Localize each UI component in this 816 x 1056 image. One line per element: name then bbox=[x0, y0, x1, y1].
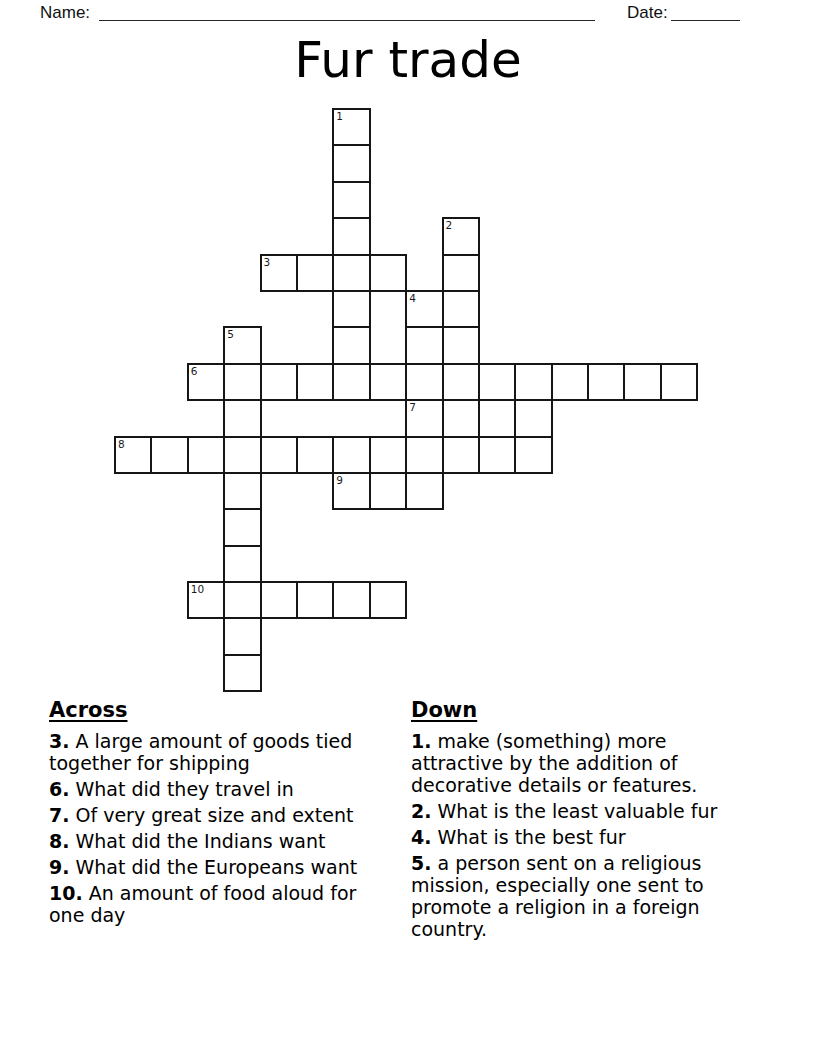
cell-r7c9[interactable] bbox=[442, 363, 480, 401]
across-clue-list: 3. A large amount of goods tied together… bbox=[49, 730, 382, 926]
cell-r9c6[interactable] bbox=[332, 436, 370, 474]
cell-r9c4[interactable] bbox=[260, 436, 298, 474]
cell-r4c7[interactable] bbox=[369, 254, 407, 292]
cell-r9c2[interactable] bbox=[187, 436, 225, 474]
cell-r7c15[interactable] bbox=[660, 363, 698, 401]
cell-r7c7[interactable] bbox=[369, 363, 407, 401]
cell-r5c8[interactable]: 4 bbox=[405, 290, 443, 328]
clue-number: 1 bbox=[336, 110, 343, 123]
name-line bbox=[99, 5, 595, 21]
cell-r2c6[interactable] bbox=[332, 181, 370, 219]
cell-r14c3[interactable] bbox=[223, 617, 261, 655]
cell-r7c6[interactable] bbox=[332, 363, 370, 401]
cell-r9c0[interactable]: 8 bbox=[114, 436, 152, 474]
cell-r13c6[interactable] bbox=[332, 581, 370, 619]
clue-down-1: 1. make (something) more attractive by t… bbox=[411, 730, 752, 796]
cell-r5c6[interactable] bbox=[332, 290, 370, 328]
clue-number: 8 bbox=[118, 438, 125, 451]
cell-r7c13[interactable] bbox=[587, 363, 625, 401]
cell-r10c8[interactable] bbox=[405, 472, 443, 510]
cell-r9c7[interactable] bbox=[369, 436, 407, 474]
cell-r10c6[interactable]: 9 bbox=[332, 472, 370, 510]
cell-r9c9[interactable] bbox=[442, 436, 480, 474]
date-line bbox=[671, 5, 740, 21]
cell-r7c3[interactable] bbox=[223, 363, 261, 401]
clue-across-7: 7. Of very great size and extent bbox=[49, 804, 382, 826]
cell-r6c8[interactable] bbox=[405, 326, 443, 364]
cell-r6c3[interactable]: 5 bbox=[223, 326, 261, 364]
cell-r3c9[interactable]: 2 bbox=[442, 217, 480, 255]
name-label: Name: bbox=[40, 3, 90, 23]
cell-r4c9[interactable] bbox=[442, 254, 480, 292]
cell-r7c10[interactable] bbox=[478, 363, 516, 401]
clue-across-9: 9. What did the Europeans want bbox=[49, 856, 382, 878]
cell-r8c11[interactable] bbox=[514, 399, 552, 437]
cell-r10c3[interactable] bbox=[223, 472, 261, 510]
clue-number: 4 bbox=[409, 292, 416, 305]
cell-r7c12[interactable] bbox=[551, 363, 589, 401]
down-clue-list: 1. make (something) more attractive by t… bbox=[411, 730, 752, 940]
clue-number: 10 bbox=[191, 583, 204, 596]
cell-r7c14[interactable] bbox=[623, 363, 661, 401]
cell-r4c4[interactable]: 3 bbox=[260, 254, 298, 292]
cell-r5c9[interactable] bbox=[442, 290, 480, 328]
cell-r8c3[interactable] bbox=[223, 399, 261, 437]
clue-across-10: 10. An amount of food aloud for one day bbox=[49, 882, 382, 926]
cell-r9c5[interactable] bbox=[296, 436, 334, 474]
cell-r9c1[interactable] bbox=[150, 436, 188, 474]
cell-r9c11[interactable] bbox=[514, 436, 552, 474]
cell-r7c2[interactable]: 6 bbox=[187, 363, 225, 401]
cell-r7c4[interactable] bbox=[260, 363, 298, 401]
cell-r10c7[interactable] bbox=[369, 472, 407, 510]
cell-r13c5[interactable] bbox=[296, 581, 334, 619]
clue-number: 7 bbox=[409, 401, 416, 414]
page-title: Fur trade bbox=[0, 33, 816, 88]
clue-across-8: 8. What did the Indians want bbox=[49, 830, 382, 852]
cell-r0c6[interactable]: 1 bbox=[332, 108, 370, 146]
cell-r7c5[interactable] bbox=[296, 363, 334, 401]
cell-r8c9[interactable] bbox=[442, 399, 480, 437]
cell-r11c3[interactable] bbox=[223, 508, 261, 546]
clue-number: 9 bbox=[336, 474, 343, 487]
clue-across-6: 6. What did they travel in bbox=[49, 778, 382, 800]
cell-r13c2[interactable]: 10 bbox=[187, 581, 225, 619]
down-clues-section: Down 1. make (something) more attractive… bbox=[411, 698, 752, 944]
cell-r13c7[interactable] bbox=[369, 581, 407, 619]
cell-r9c10[interactable] bbox=[478, 436, 516, 474]
cell-r9c8[interactable] bbox=[405, 436, 443, 474]
clue-down-4: 4. What is the best fur bbox=[411, 826, 752, 848]
cell-r6c9[interactable] bbox=[442, 326, 480, 364]
clue-number: 3 bbox=[264, 256, 271, 269]
cell-r15c3[interactable] bbox=[223, 654, 261, 692]
crossword-grid: 12345678910 bbox=[115, 109, 697, 691]
clue-across-3: 3. A large amount of goods tied together… bbox=[49, 730, 382, 774]
clue-number: 2 bbox=[446, 219, 453, 232]
clue-number: 6 bbox=[191, 365, 198, 378]
date-label: Date: bbox=[627, 3, 668, 23]
cell-r7c8[interactable] bbox=[405, 363, 443, 401]
cell-r4c5[interactable] bbox=[296, 254, 334, 292]
cell-r12c3[interactable] bbox=[223, 545, 261, 583]
cell-r9c3[interactable] bbox=[223, 436, 261, 474]
cell-r8c8[interactable]: 7 bbox=[405, 399, 443, 437]
cell-r8c10[interactable] bbox=[478, 399, 516, 437]
cell-r13c3[interactable] bbox=[223, 581, 261, 619]
across-clues-section: Across 3. A large amount of goods tied t… bbox=[49, 698, 382, 930]
cell-r6c6[interactable] bbox=[332, 326, 370, 364]
across-heading: Across bbox=[49, 698, 382, 722]
cell-r3c6[interactable] bbox=[332, 217, 370, 255]
clue-down-5: 5. a person sent on a religious mission,… bbox=[411, 852, 752, 940]
clue-down-2: 2. What is the least valuable fur bbox=[411, 800, 752, 822]
cell-r4c6[interactable] bbox=[332, 254, 370, 292]
clue-number: 5 bbox=[227, 328, 234, 341]
down-heading: Down bbox=[411, 698, 752, 722]
cell-r1c6[interactable] bbox=[332, 144, 370, 182]
cell-r7c11[interactable] bbox=[514, 363, 552, 401]
cell-r13c4[interactable] bbox=[260, 581, 298, 619]
